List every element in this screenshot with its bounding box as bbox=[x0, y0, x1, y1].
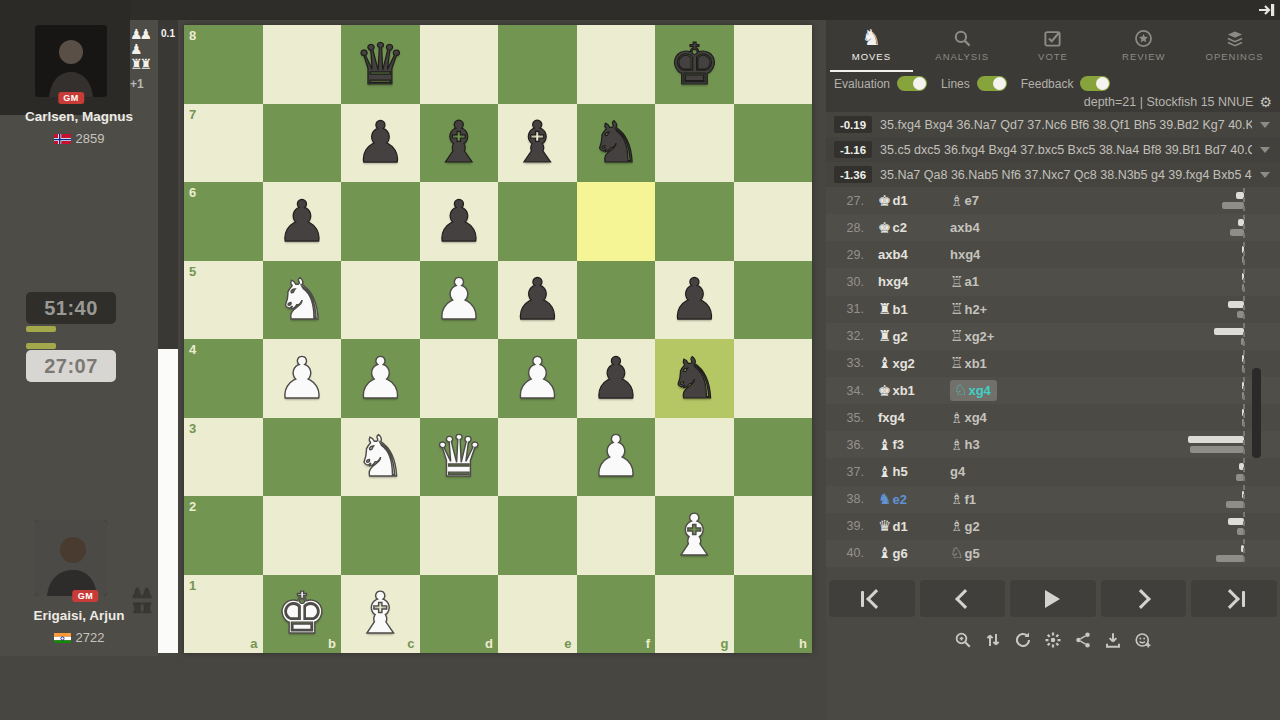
collapse-panel-icon[interactable] bbox=[1258, 3, 1276, 17]
move-eval-bars bbox=[1184, 217, 1244, 238]
vote-icon bbox=[1043, 28, 1062, 48]
tab-label: OPENINGS bbox=[1206, 51, 1264, 62]
engine-lines: -0.1935.fxg4 Bxg4 36.Na7 Qd7 37.Nc6 Bf6 … bbox=[826, 112, 1280, 187]
white-move[interactable]: ♝h5 bbox=[878, 463, 950, 481]
black-move-eval-bar bbox=[1222, 202, 1244, 209]
review-icon bbox=[1134, 28, 1153, 48]
move-eval-bars bbox=[1184, 461, 1244, 482]
rank-label-2: 2 bbox=[189, 499, 196, 514]
toggle-feedback: Feedback bbox=[1021, 76, 1111, 91]
bishop-figurine-icon: ♝ bbox=[878, 354, 891, 372]
bishop-figurine-icon: ♝ bbox=[878, 436, 891, 454]
first-move-button[interactable] bbox=[829, 580, 915, 617]
rook-figurine-icon: ♖ bbox=[950, 273, 963, 291]
refresh-icon[interactable] bbox=[1013, 630, 1033, 650]
square-b5[interactable]: ♞ bbox=[263, 261, 342, 340]
white-move[interactable]: hxg4 bbox=[878, 274, 950, 289]
evaluation-bar: 0.1 bbox=[158, 20, 178, 653]
square-b2[interactable] bbox=[263, 496, 342, 575]
move-eval-bars bbox=[1184, 190, 1244, 211]
move-row-29: 29.axb4hxg4 bbox=[826, 241, 1280, 268]
move-text: h5 bbox=[892, 464, 907, 479]
king-figurine-icon: ♚ bbox=[878, 192, 891, 210]
square-g1[interactable]: g bbox=[655, 575, 734, 654]
tab-label: ANALYSIS bbox=[935, 51, 989, 62]
square-b7[interactable] bbox=[263, 104, 342, 183]
black-move-eval-bar bbox=[1226, 501, 1244, 508]
square-a5[interactable]: 5 bbox=[184, 261, 263, 340]
square-b1[interactable]: ♚b bbox=[263, 575, 342, 654]
white-clock: 27:07 bbox=[26, 350, 116, 382]
eval-bars-axis bbox=[1243, 188, 1245, 566]
square-a4[interactable]: 4 bbox=[184, 339, 263, 418]
square-d2[interactable] bbox=[420, 496, 499, 575]
file-label-e: e bbox=[564, 636, 571, 651]
top-player-captured-pieces: ♟♟♟♜♜ +1 bbox=[130, 27, 149, 91]
white-move[interactable]: axb4 bbox=[878, 247, 950, 262]
square-f4[interactable]: ♟ bbox=[577, 339, 656, 418]
india-flag-icon bbox=[54, 632, 71, 643]
rank-label-6: 6 bbox=[189, 185, 196, 200]
white-move[interactable]: ♚c2 bbox=[878, 219, 950, 237]
zoom-icon[interactable] bbox=[953, 630, 973, 650]
move-eval-bars bbox=[1184, 434, 1244, 455]
square-c1[interactable]: ♝c bbox=[341, 575, 420, 654]
move-text: e7 bbox=[964, 193, 978, 208]
square-f6[interactable] bbox=[577, 182, 656, 261]
piece-black-queen[interactable]: ♛ bbox=[355, 36, 406, 93]
move-row-38: 38.♞e2♗f1 bbox=[826, 486, 1280, 513]
square-h1[interactable]: h bbox=[734, 575, 813, 654]
move-row-34: 34.♚xb1♘xg4 bbox=[826, 377, 1280, 404]
move-row-27: 27.♚d1♗e7 bbox=[826, 187, 1280, 214]
rook-figurine-icon: ♖ bbox=[950, 300, 963, 318]
square-a7[interactable]: 7 bbox=[184, 104, 263, 183]
rook-figurine-icon: ♖ bbox=[950, 354, 963, 372]
selected-move[interactable]: ♘xg4 bbox=[950, 380, 997, 401]
square-d1[interactable]: d bbox=[420, 575, 499, 654]
move-list: 27.♚d1♗e728.♚c2axb429.axb4hxg430.hxg4♖a1… bbox=[826, 187, 1280, 567]
square-a6[interactable]: 6 bbox=[184, 182, 263, 261]
square-f2[interactable] bbox=[577, 496, 656, 575]
piece-white-pawn[interactable]: ♟ bbox=[355, 350, 406, 407]
move-text: h3 bbox=[964, 437, 979, 452]
black-move-eval-bar bbox=[1190, 446, 1244, 453]
tab-review[interactable]: REVIEW bbox=[1098, 20, 1189, 70]
square-d6[interactable]: ♟ bbox=[420, 182, 499, 261]
engine-line-3[interactable]: -1.3635.Na7 Qa8 36.Nab5 Nf6 37.Nxc7 Qc8 … bbox=[826, 162, 1280, 187]
white-move[interactable]: ♚d1 bbox=[878, 192, 950, 210]
square-f3[interactable]: ♟ bbox=[577, 418, 656, 497]
piece-white-pawn[interactable]: ♟ bbox=[276, 350, 327, 407]
piece-white-knight[interactable]: ♞ bbox=[276, 271, 327, 328]
piece-black-pawn[interactable]: ♟ bbox=[590, 350, 641, 407]
eval-white-portion bbox=[158, 349, 178, 653]
move-number: 31. bbox=[826, 302, 864, 316]
square-g6[interactable] bbox=[655, 182, 734, 261]
knight-figurine-icon: ♘ bbox=[950, 544, 963, 562]
move-text: g2 bbox=[892, 329, 907, 344]
move-text: h2+ bbox=[964, 302, 987, 317]
white-move-eval-bar bbox=[1214, 328, 1244, 335]
piece-white-bishop[interactable]: ♝ bbox=[669, 507, 720, 564]
white-move[interactable]: ♝f3 bbox=[878, 436, 950, 454]
move-text: d1 bbox=[892, 519, 907, 534]
share-icon[interactable] bbox=[1073, 630, 1093, 650]
move-row-28: 28.♚c2axb4 bbox=[826, 214, 1280, 241]
piece-white-pawn[interactable]: ♟ bbox=[433, 271, 484, 328]
piece-black-king[interactable]: ♚ bbox=[669, 36, 720, 93]
white-move[interactable]: ♛d1 bbox=[878, 517, 950, 535]
captured-rooks: ♜♜ bbox=[130, 57, 149, 72]
toggle-switch[interactable] bbox=[897, 76, 927, 91]
piece-black-pawn[interactable]: ♟ bbox=[433, 193, 484, 250]
engine-line-2[interactable]: -1.1635.c5 dxc5 36.fxg4 Bxg4 37.bxc5 Bxc… bbox=[826, 137, 1280, 162]
chevron-down-icon[interactable] bbox=[1260, 172, 1270, 178]
piece-black-knight[interactable]: ♞ bbox=[590, 114, 641, 171]
avatar: GM bbox=[35, 25, 107, 97]
move-row-40: 40.♝g6♘g5 bbox=[826, 540, 1280, 567]
move-row-35: 35.fxg4♗xg4 bbox=[826, 404, 1280, 431]
square-d5[interactable]: ♟ bbox=[420, 261, 499, 340]
square-h6[interactable] bbox=[734, 182, 813, 261]
rank-label-3: 3 bbox=[189, 421, 196, 436]
tab-vote[interactable]: VOTE bbox=[1008, 20, 1099, 70]
square-f8[interactable] bbox=[577, 25, 656, 104]
top-strip bbox=[0, 0, 1280, 20]
tab-analysis[interactable]: ANALYSIS bbox=[917, 20, 1008, 70]
line-moves: 35.c5 dxc5 36.fxg4 Bxg4 37.bxc5 Bxc5 38.… bbox=[880, 143, 1252, 157]
avatar: GM bbox=[35, 520, 107, 596]
move-text: xg4 bbox=[964, 410, 986, 425]
move-text: xg2+ bbox=[964, 329, 994, 344]
white-move[interactable]: fxg4 bbox=[878, 410, 950, 425]
move-text: hxg4 bbox=[878, 274, 908, 289]
move-number: 37. bbox=[826, 465, 864, 479]
bishop-figurine-icon: ♝ bbox=[878, 463, 891, 481]
move-eval-bars bbox=[1184, 299, 1244, 320]
move-row-39: 39.♛d1♗g2 bbox=[826, 513, 1280, 540]
square-c6[interactable] bbox=[341, 182, 420, 261]
norway-flag-icon bbox=[54, 133, 71, 144]
piece-white-bishop[interactable]: ♝ bbox=[355, 585, 406, 642]
white-move-eval-bar bbox=[1188, 436, 1244, 443]
move-number: 27. bbox=[826, 194, 864, 208]
knight-icon: ♞ bbox=[862, 28, 882, 48]
square-e1[interactable]: e bbox=[498, 575, 577, 654]
square-b4[interactable]: ♟ bbox=[263, 339, 342, 418]
bishop-figurine-icon: ♗ bbox=[950, 490, 963, 508]
bishop-figurine-icon: ♗ bbox=[950, 517, 963, 535]
move-number: 35. bbox=[826, 411, 864, 425]
square-e7[interactable]: ♝ bbox=[498, 104, 577, 183]
square-c8[interactable]: ♛ bbox=[341, 25, 420, 104]
file-label-a: a bbox=[250, 636, 257, 651]
bishop-figurine-icon: ♗ bbox=[950, 409, 963, 427]
white-move[interactable]: ♚xb1 bbox=[878, 382, 950, 400]
move-number: 29. bbox=[826, 248, 864, 262]
chess-broadcast-app: GM ♟♟♟♜♜ +1 Carlsen, Magnus 2859 51:40 2… bbox=[0, 0, 1280, 720]
square-c3[interactable]: ♞ bbox=[341, 418, 420, 497]
top-player-rating: 2859 bbox=[0, 131, 158, 146]
square-h5[interactable] bbox=[734, 261, 813, 340]
knight-figurine-icon: ♞ bbox=[878, 490, 891, 508]
move-text: g2 bbox=[964, 519, 979, 534]
square-d8[interactable] bbox=[420, 25, 499, 104]
black-clock: 51:40 bbox=[26, 292, 116, 324]
move-text: hxg4 bbox=[950, 247, 980, 262]
rook-figurine-icon: ♜ bbox=[878, 327, 891, 345]
white-move[interactable]: ♞e2 bbox=[878, 490, 950, 508]
move-row-36: 36.♝f3♗h3 bbox=[826, 431, 1280, 458]
top-player-name: Carlsen, Magnus bbox=[0, 109, 158, 124]
piece-black-pawn[interactable]: ♟ bbox=[669, 271, 720, 328]
bishop-figurine-icon: ♝ bbox=[878, 544, 891, 562]
piece-black-bishop[interactable]: ♝ bbox=[512, 114, 563, 171]
piece-white-queen[interactable]: ♛ bbox=[433, 428, 484, 485]
piece-black-pawn[interactable]: ♟ bbox=[276, 193, 327, 250]
eval-score: 0.1 bbox=[158, 28, 178, 39]
move-navigation bbox=[829, 580, 1277, 617]
piece-white-pawn[interactable]: ♟ bbox=[590, 428, 641, 485]
piece-white-knight[interactable]: ♞ bbox=[355, 428, 406, 485]
move-text: f3 bbox=[892, 437, 904, 452]
square-a8[interactable]: 8 bbox=[184, 25, 263, 104]
toggle-label: Feedback bbox=[1021, 77, 1074, 91]
move-number: 28. bbox=[826, 221, 864, 235]
engine-info-text: depth=21 | Stockfish 15 NNUE bbox=[1084, 95, 1254, 109]
move-text: f1 bbox=[964, 492, 976, 507]
rank-label-5: 5 bbox=[189, 264, 196, 279]
square-e5[interactable]: ♟ bbox=[498, 261, 577, 340]
move-row-32: 32.♜g2♖xg2+ bbox=[826, 323, 1280, 350]
move-number: 32. bbox=[826, 329, 864, 343]
line-eval: -0.19 bbox=[834, 116, 872, 133]
square-h4[interactable] bbox=[734, 339, 813, 418]
king-figurine-icon: ♚ bbox=[878, 382, 891, 400]
tab-moves[interactable]: ♞MOVES bbox=[826, 20, 917, 70]
file-label-f: f bbox=[646, 636, 650, 651]
piece-black-pawn[interactable]: ♟ bbox=[512, 271, 563, 328]
square-g5[interactable]: ♟ bbox=[655, 261, 734, 340]
knight-figurine-icon: ♘ bbox=[954, 381, 967, 399]
tab-bar: ♞MOVESANALYSISVOTEREVIEWOPENINGS bbox=[826, 20, 1280, 70]
move-eval-bars bbox=[1184, 489, 1244, 510]
prev-move-button[interactable] bbox=[920, 580, 1006, 617]
square-b6[interactable]: ♟ bbox=[263, 182, 342, 261]
white-time-bar bbox=[26, 343, 56, 349]
move-number: 40. bbox=[826, 546, 864, 560]
move-row-30: 30.hxg4♖a1 bbox=[826, 268, 1280, 295]
line-moves: 35.fxg4 Bxg4 36.Na7 Qd7 37.Nc6 Bf6 38.Qf… bbox=[880, 118, 1252, 132]
rank-label-7: 7 bbox=[189, 107, 196, 122]
square-h8[interactable] bbox=[734, 25, 813, 104]
rook-figurine-icon: ♜ bbox=[878, 300, 891, 318]
toggle-row: EvaluationLinesFeedback bbox=[834, 76, 1110, 91]
rank-label-1: 1 bbox=[189, 578, 196, 593]
rank-label-4: 4 bbox=[189, 342, 196, 357]
square-a1[interactable]: 1a bbox=[184, 575, 263, 654]
line-moves: 35.Na7 Qa8 36.Nab5 Nf6 37.Nxc7 Qc8 38.N3… bbox=[880, 168, 1252, 182]
chevron-down-icon[interactable] bbox=[1260, 147, 1270, 153]
white-move-eval-bar bbox=[1228, 518, 1244, 525]
square-b8[interactable] bbox=[263, 25, 342, 104]
move-number: 30. bbox=[826, 275, 864, 289]
tab-label: MOVES bbox=[852, 51, 891, 62]
toggle-lines: Lines bbox=[941, 76, 1007, 91]
move-eval-bars bbox=[1184, 380, 1244, 401]
movelist-scrollbar[interactable] bbox=[1252, 368, 1261, 458]
white-move[interactable]: ♜b1 bbox=[878, 300, 950, 318]
square-c2[interactable] bbox=[341, 496, 420, 575]
magnifier-icon bbox=[953, 28, 972, 48]
square-a3[interactable]: 3 bbox=[184, 418, 263, 497]
move-eval-bars bbox=[1184, 353, 1244, 374]
move-eval-bars bbox=[1184, 326, 1244, 347]
square-a2[interactable]: 2 bbox=[184, 496, 263, 575]
move-text: axb4 bbox=[878, 247, 908, 262]
square-b3[interactable] bbox=[263, 418, 342, 497]
move-text: g6 bbox=[892, 546, 907, 561]
move-text: a1 bbox=[964, 274, 978, 289]
square-g7[interactable] bbox=[655, 104, 734, 183]
download-icon[interactable] bbox=[1103, 630, 1123, 650]
piece-black-knight[interactable]: ♞ bbox=[669, 350, 720, 407]
white-move[interactable]: ♝xg2 bbox=[878, 354, 950, 372]
square-e4[interactable]: ♟ bbox=[498, 339, 577, 418]
square-e6[interactable] bbox=[498, 182, 577, 261]
captured-pawns: ♟♟ bbox=[130, 27, 149, 42]
move-row-33: 33.♝xg2♖xb1 bbox=[826, 350, 1280, 377]
tab-label: VOTE bbox=[1038, 51, 1068, 62]
last-move-button[interactable] bbox=[1191, 580, 1277, 617]
toggle-label: Evaluation bbox=[834, 77, 890, 91]
square-f1[interactable]: f bbox=[577, 575, 656, 654]
toggle-switch[interactable] bbox=[977, 76, 1007, 91]
move-text: d1 bbox=[892, 193, 907, 208]
white-move[interactable]: ♝g6 bbox=[878, 544, 950, 562]
material-advantage: +1 bbox=[130, 77, 144, 91]
move-eval-bars bbox=[1184, 516, 1244, 537]
move-text: c2 bbox=[892, 220, 906, 235]
move-number: 36. bbox=[826, 438, 864, 452]
add-reaction-icon[interactable] bbox=[1133, 630, 1153, 650]
square-e8[interactable] bbox=[498, 25, 577, 104]
square-g4[interactable]: ♞ bbox=[655, 339, 734, 418]
toggle-evaluation: Evaluation bbox=[834, 76, 927, 91]
square-g2[interactable]: ♝ bbox=[655, 496, 734, 575]
square-e3[interactable] bbox=[498, 418, 577, 497]
gm-badge: GM bbox=[58, 92, 84, 104]
move-text: xb1 bbox=[892, 383, 914, 398]
tab-openings[interactable]: OPENINGS bbox=[1189, 20, 1280, 70]
black-move-eval-bar bbox=[1216, 555, 1244, 562]
bottom-player-rating: 2722 bbox=[0, 630, 158, 645]
openings-icon bbox=[1225, 28, 1245, 48]
square-c4[interactable]: ♟ bbox=[341, 339, 420, 418]
file-label-h: h bbox=[799, 636, 807, 651]
move-row-37: 37.♝h5g4 bbox=[826, 458, 1280, 485]
engine-settings-icon[interactable]: ⚙ bbox=[1259, 94, 1272, 110]
square-g8[interactable]: ♚ bbox=[655, 25, 734, 104]
settings-icon[interactable] bbox=[1043, 630, 1063, 650]
square-h2[interactable] bbox=[734, 496, 813, 575]
piece-black-bishop[interactable]: ♝ bbox=[433, 114, 484, 171]
play-button[interactable] bbox=[1010, 580, 1096, 617]
move-row-31: 31.♜b1♖h2+ bbox=[826, 296, 1280, 323]
move-text: xg4 bbox=[968, 383, 990, 398]
move-eval-bars bbox=[1184, 244, 1244, 265]
toggle-switch[interactable] bbox=[1080, 76, 1110, 91]
square-d7[interactable]: ♝ bbox=[420, 104, 499, 183]
rank-label-8: 8 bbox=[189, 28, 196, 43]
square-d4[interactable] bbox=[420, 339, 499, 418]
black-time-bar bbox=[26, 326, 56, 332]
captured-pawns: ♟♟ bbox=[131, 586, 150, 601]
file-label-d: d bbox=[485, 636, 493, 651]
chess-board[interactable]: 8♛♚7♟♝♝♞6♟♟5♞♟♟♟4♟♟♟♟♞3♞♛♟2♝1a♚b♝cdefgh bbox=[184, 25, 812, 653]
move-eval-bars bbox=[1184, 407, 1244, 428]
utility-icon-row bbox=[826, 630, 1280, 650]
engine-line-1[interactable]: -0.1935.fxg4 Bxg4 36.Na7 Qd7 37.Nc6 Bf6 … bbox=[826, 112, 1280, 137]
square-d3[interactable]: ♛ bbox=[420, 418, 499, 497]
line-eval: -1.16 bbox=[834, 141, 872, 158]
move-text: b1 bbox=[892, 302, 907, 317]
chevron-down-icon[interactable] bbox=[1260, 122, 1270, 128]
gm-badge: GM bbox=[73, 590, 99, 602]
move-number: 38. bbox=[826, 492, 864, 506]
piece-white-king[interactable]: ♚ bbox=[276, 585, 327, 642]
move-text: axb4 bbox=[950, 220, 980, 235]
white-move-eval-bar bbox=[1228, 301, 1244, 308]
bishop-figurine-icon: ♗ bbox=[950, 436, 963, 454]
piece-white-pawn[interactable]: ♟ bbox=[512, 350, 563, 407]
square-f5[interactable] bbox=[577, 261, 656, 340]
move-number: 33. bbox=[826, 356, 864, 370]
square-c7[interactable]: ♟ bbox=[341, 104, 420, 183]
move-text: xb1 bbox=[964, 356, 986, 371]
tab-label: REVIEW bbox=[1122, 51, 1165, 62]
file-label-g: g bbox=[721, 636, 729, 651]
next-move-button[interactable] bbox=[1101, 580, 1187, 617]
square-h7[interactable] bbox=[734, 104, 813, 183]
move-text: fxg4 bbox=[878, 410, 905, 425]
move-text: g4 bbox=[950, 464, 965, 479]
black-move-eval-bar bbox=[1230, 229, 1244, 236]
square-e2[interactable] bbox=[498, 496, 577, 575]
rook-figurine-icon: ♖ bbox=[950, 327, 963, 345]
white-move[interactable]: ♜g2 bbox=[878, 327, 950, 345]
bottom-player-name: Erigaisi, Arjun bbox=[0, 608, 158, 623]
move-text: e2 bbox=[892, 492, 906, 507]
move-number: 34. bbox=[826, 384, 864, 398]
move-text: g5 bbox=[964, 546, 979, 561]
flip-board-icon[interactable] bbox=[983, 630, 1003, 650]
king-figurine-icon: ♚ bbox=[878, 219, 891, 237]
piece-black-pawn[interactable]: ♟ bbox=[355, 114, 406, 171]
line-eval: -1.36 bbox=[834, 166, 872, 183]
move-number: 39. bbox=[826, 519, 864, 533]
square-f7[interactable]: ♞ bbox=[577, 104, 656, 183]
square-c5[interactable] bbox=[341, 261, 420, 340]
file-label-c: c bbox=[407, 636, 414, 651]
move-eval-bars bbox=[1184, 543, 1244, 564]
move-text: xg2 bbox=[892, 356, 914, 371]
square-g3[interactable] bbox=[655, 418, 734, 497]
engine-status: depth=21 | Stockfish 15 NNUE ⚙ bbox=[1084, 94, 1272, 110]
square-h3[interactable] bbox=[734, 418, 813, 497]
moves-panel: ♞MOVESANALYSISVOTEREVIEWOPENINGS Evaluat… bbox=[826, 20, 1280, 720]
